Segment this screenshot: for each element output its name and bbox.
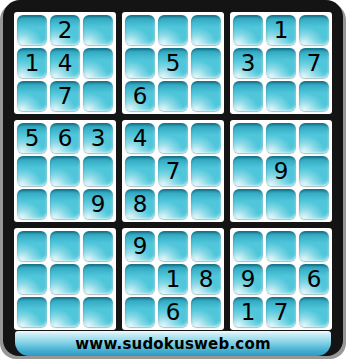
cell-r2c7[interactable]: 3: [233, 48, 263, 78]
cell-r4c6[interactable]: [191, 123, 221, 153]
cell-r7c8[interactable]: [266, 231, 296, 261]
box-5: 478: [122, 120, 224, 222]
cell-r2c3[interactable]: [83, 48, 113, 78]
cell-r4c5[interactable]: [158, 123, 188, 153]
cell-r8c1[interactable]: [17, 264, 47, 294]
cell-r9c8[interactable]: 7: [266, 297, 296, 327]
cell-r2c4[interactable]: [125, 48, 155, 78]
cell-r9c1[interactable]: [17, 297, 47, 327]
cell-r6c4[interactable]: 8: [125, 189, 155, 219]
cell-r8c7[interactable]: 9: [233, 264, 263, 294]
cell-r6c5[interactable]: [158, 189, 188, 219]
cell-r7c7[interactable]: [233, 231, 263, 261]
cell-r1c8[interactable]: 1: [266, 15, 296, 45]
cell-r1c5[interactable]: [158, 15, 188, 45]
cell-r5c4[interactable]: [125, 156, 155, 186]
cell-r7c9[interactable]: [299, 231, 329, 261]
cell-r6c7[interactable]: [233, 189, 263, 219]
cell-r8c5[interactable]: 1: [158, 264, 188, 294]
box-9: 9617: [230, 228, 332, 330]
cell-r7c4[interactable]: 9: [125, 231, 155, 261]
cell-r8c3[interactable]: [83, 264, 113, 294]
cell-r3c5[interactable]: [158, 81, 188, 111]
cell-r4c3[interactable]: 3: [83, 123, 113, 153]
footer-bar: www.sudokusweb.com: [15, 331, 331, 356]
cell-r5c7[interactable]: [233, 156, 263, 186]
box-7: [14, 228, 116, 330]
cell-r9c3[interactable]: [83, 297, 113, 327]
cell-r9c9[interactable]: [299, 297, 329, 327]
box-8: 9186: [122, 228, 224, 330]
cell-r3c1[interactable]: [17, 81, 47, 111]
cell-r5c3[interactable]: [83, 156, 113, 186]
cell-r8c8[interactable]: [266, 264, 296, 294]
cell-r6c1[interactable]: [17, 189, 47, 219]
cell-r5c5[interactable]: 7: [158, 156, 188, 186]
sudoku-page: 2147561375639478991869617 www.sudokusweb…: [0, 0, 350, 360]
cell-r6c9[interactable]: [299, 189, 329, 219]
cell-r2c1[interactable]: 1: [17, 48, 47, 78]
cell-r4c9[interactable]: [299, 123, 329, 153]
website-url[interactable]: www.sudokusweb.com: [75, 335, 270, 353]
cell-r8c9[interactable]: 6: [299, 264, 329, 294]
cell-r5c2[interactable]: [50, 156, 80, 186]
cell-r2c6[interactable]: [191, 48, 221, 78]
cell-r9c7[interactable]: 1: [233, 297, 263, 327]
box-2: 56: [122, 12, 224, 114]
cell-r6c8[interactable]: [266, 189, 296, 219]
cell-r9c5[interactable]: 6: [158, 297, 188, 327]
cell-r2c8[interactable]: [266, 48, 296, 78]
cell-r8c4[interactable]: [125, 264, 155, 294]
cell-r4c8[interactable]: [266, 123, 296, 153]
cell-r8c2[interactable]: [50, 264, 80, 294]
cell-r3c7[interactable]: [233, 81, 263, 111]
cell-r1c4[interactable]: [125, 15, 155, 45]
cell-r8c6[interactable]: 8: [191, 264, 221, 294]
cell-r3c9[interactable]: [299, 81, 329, 111]
cell-r7c5[interactable]: [158, 231, 188, 261]
sudoku-grid: 2147561375639478991869617: [14, 12, 332, 330]
cell-r6c6[interactable]: [191, 189, 221, 219]
cell-r7c2[interactable]: [50, 231, 80, 261]
cell-r1c9[interactable]: [299, 15, 329, 45]
cell-r7c3[interactable]: [83, 231, 113, 261]
box-6: 9: [230, 120, 332, 222]
cell-r2c5[interactable]: 5: [158, 48, 188, 78]
cell-r4c4[interactable]: 4: [125, 123, 155, 153]
cell-r5c8[interactable]: 9: [266, 156, 296, 186]
cell-r2c2[interactable]: 4: [50, 48, 80, 78]
cell-r7c6[interactable]: [191, 231, 221, 261]
cell-r3c8[interactable]: [266, 81, 296, 111]
box-3: 137: [230, 12, 332, 114]
cell-r9c2[interactable]: [50, 297, 80, 327]
cell-r2c9[interactable]: 7: [299, 48, 329, 78]
box-1: 2147: [14, 12, 116, 114]
cell-r4c7[interactable]: [233, 123, 263, 153]
box-4: 5639: [14, 120, 116, 222]
cell-r3c4[interactable]: 6: [125, 81, 155, 111]
cell-r4c2[interactable]: 6: [50, 123, 80, 153]
cell-r3c6[interactable]: [191, 81, 221, 111]
cell-r7c1[interactable]: [17, 231, 47, 261]
cell-r1c6[interactable]: [191, 15, 221, 45]
cell-r5c6[interactable]: [191, 156, 221, 186]
cell-r5c1[interactable]: [17, 156, 47, 186]
cell-r1c3[interactable]: [83, 15, 113, 45]
cell-r9c6[interactable]: [191, 297, 221, 327]
cell-r1c1[interactable]: [17, 15, 47, 45]
cell-r3c3[interactable]: [83, 81, 113, 111]
sudoku-board: 2147561375639478991869617 www.sudokusweb…: [3, 0, 343, 356]
cell-r5c9[interactable]: [299, 156, 329, 186]
cell-r6c2[interactable]: [50, 189, 80, 219]
cell-r6c3[interactable]: 9: [83, 189, 113, 219]
cell-r4c1[interactable]: 5: [17, 123, 47, 153]
cell-r3c2[interactable]: 7: [50, 81, 80, 111]
cell-r1c2[interactable]: 2: [50, 15, 80, 45]
cell-r9c4[interactable]: [125, 297, 155, 327]
cell-r1c7[interactable]: [233, 15, 263, 45]
